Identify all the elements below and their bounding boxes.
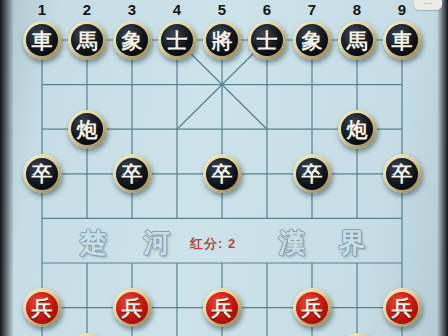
piece-glyph: 兵 (302, 297, 323, 318)
piece-glyph: 兵 (122, 297, 143, 318)
piece-face: 兵 (386, 292, 418, 324)
piece-glyph: 車 (32, 30, 53, 51)
piece-face: 兵 (206, 292, 238, 324)
piece-black-soldier[interactable]: 卒 (23, 154, 62, 193)
piece-face: 馬 (71, 24, 103, 56)
piece-face: 炮 (341, 113, 373, 145)
piece-glyph: 卒 (212, 163, 233, 184)
river-text: 楚 (73, 229, 113, 256)
piece-glyph: 兵 (212, 297, 233, 318)
piece-black-horse[interactable]: 馬 (68, 21, 107, 60)
piece-red-soldier[interactable]: 兵 (23, 288, 62, 327)
piece-black-advisor[interactable]: 士 (248, 21, 287, 60)
piece-glyph: 兵 (392, 297, 413, 318)
file-number-4: 4 (167, 1, 187, 18)
piece-face: 炮 (71, 113, 103, 145)
piece-black-soldier[interactable]: 卒 (203, 154, 242, 193)
piece-glyph: 卒 (392, 163, 413, 184)
river-text: 界 (332, 229, 372, 256)
file-number-5: 5 (212, 1, 232, 18)
piece-glyph: 士 (167, 30, 188, 51)
piece-glyph: 車 (392, 30, 413, 51)
river-text: 河 (137, 229, 177, 256)
piece-face: 兵 (26, 292, 58, 324)
piece-black-soldier[interactable]: 卒 (293, 154, 332, 193)
piece-black-chariot[interactable]: 車 (383, 21, 422, 60)
piece-black-soldier[interactable]: 卒 (383, 154, 422, 193)
piece-red-soldier[interactable]: 兵 (293, 288, 332, 327)
piece-glyph: 卒 (302, 163, 323, 184)
piece-red-soldier[interactable]: 兵 (383, 288, 422, 327)
piece-face: 象 (296, 24, 328, 56)
file-number-9: 9 (392, 1, 412, 18)
piece-black-general[interactable]: 將 (203, 21, 242, 60)
piece-glyph: 炮 (77, 119, 98, 140)
piece-face: 兵 (116, 292, 148, 324)
piece-face: 士 (161, 24, 193, 56)
piece-face: 卒 (296, 158, 328, 190)
window-control-fragment[interactable]: ⋯ (414, 0, 442, 10)
piece-black-advisor[interactable]: 士 (158, 21, 197, 60)
piece-red-soldier[interactable]: 兵 (113, 288, 152, 327)
piece-glyph: 兵 (32, 297, 53, 318)
piece-glyph: 將 (212, 30, 233, 51)
file-number-8: 8 (347, 1, 367, 18)
file-number-6: 6 (257, 1, 277, 18)
piece-face: 卒 (386, 158, 418, 190)
piece-face: 象 (116, 24, 148, 56)
piece-face: 卒 (116, 158, 148, 190)
file-number-3: 3 (122, 1, 142, 18)
piece-face: 卒 (206, 158, 238, 190)
piece-black-soldier[interactable]: 卒 (113, 154, 152, 193)
file-number-2: 2 (77, 1, 97, 18)
piece-glyph: 象 (302, 30, 323, 51)
xiangqi-board-screen: 123456789 楚河漢界 红分: 2 車馬象士將士象馬車炮炮卒卒卒卒卒兵兵兵… (0, 0, 448, 336)
piece-glyph: 卒 (122, 163, 143, 184)
piece-black-elephant[interactable]: 象 (293, 21, 332, 60)
piece-black-chariot[interactable]: 車 (23, 21, 62, 60)
piece-face: 卒 (26, 158, 58, 190)
piece-black-horse[interactable]: 馬 (338, 21, 377, 60)
piece-red-soldier[interactable]: 兵 (203, 288, 242, 327)
piece-black-cannon[interactable]: 炮 (338, 110, 377, 149)
piece-black-cannon[interactable]: 炮 (68, 110, 107, 149)
red-score-label: 红分: 2 (190, 235, 254, 253)
piece-face: 兵 (296, 292, 328, 324)
piece-face: 車 (26, 24, 58, 56)
piece-glyph: 卒 (32, 163, 53, 184)
piece-black-elephant[interactable]: 象 (113, 21, 152, 60)
piece-glyph: 士 (257, 30, 278, 51)
piece-glyph: 象 (122, 30, 143, 51)
piece-face: 車 (386, 24, 418, 56)
file-number-1: 1 (32, 1, 52, 18)
file-number-7: 7 (302, 1, 322, 18)
river-text: 漢 (272, 229, 312, 256)
piece-glyph: 馬 (77, 30, 98, 51)
piece-face: 士 (251, 24, 283, 56)
piece-face: 馬 (341, 24, 373, 56)
piece-glyph: 馬 (347, 30, 368, 51)
piece-face: 將 (206, 24, 238, 56)
piece-glyph: 炮 (347, 119, 368, 140)
